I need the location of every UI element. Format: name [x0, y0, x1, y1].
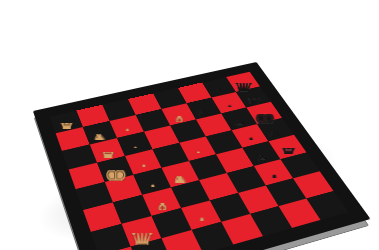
chess-board-grid: ♜♟♛♞♟♝♞♟♜♜♟♝♚♚♟♟♟♞♟♞♝♜♝♟♛♟ [50, 72, 349, 250]
product-photo-scene: ♜♟♛♞♟♝♞♟♜♜♟♝♚♚♟♟♟♞♟♞♝♜♝♟♛♟ [0, 0, 379, 250]
white-king-icon: ♚ [103, 173, 128, 180]
chess-board[interactable]: ♜♟♛♞♟♝♞♟♜♜♟♝♚♚♟♟♟♞♟♞♝♜♝♟♛♟ [33, 62, 371, 250]
square-f1[interactable] [83, 202, 122, 232]
